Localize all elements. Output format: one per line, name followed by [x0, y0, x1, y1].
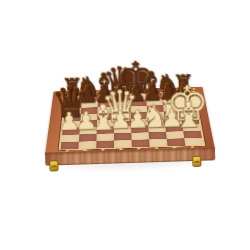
chess-box: ♜♞♝♛♚♝♞♜♟♟♟♟♟♟♟♟♛♛♜♚♟♟♝♟♟♞♟♝	[0, 0, 250, 250]
pieces-layer: ♜♞♝♛♚♝♞♜♟♟♟♟♟♟♟♟♛♛♜♚♟♟♝♟♟♞♟♝	[0, 0, 250, 250]
product-photo: ♜♞♝♛♚♝♞♜♟♟♟♟♟♟♟♟♛♛♜♚♟♟♝♟♟♞♟♝	[0, 0, 250, 250]
piece-white-bishop: ♝	[172, 96, 205, 132]
